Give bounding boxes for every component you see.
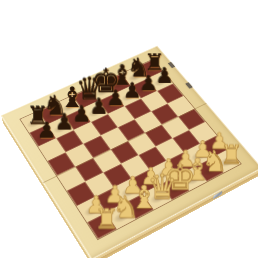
square-a1[interactable]: ♜ bbox=[87, 213, 117, 239]
chess-set-photo: ♜♞♝♛♚♝♞♜♟♟♟♟♟♟♟♟♟♟♟♟♟♟♟♟♜♞♝♛♚♝♞♜ bbox=[0, 0, 258, 258]
piece-white-rook-a1[interactable]: ♜ bbox=[87, 206, 126, 233]
square-a5[interactable] bbox=[48, 152, 76, 175]
chess-board: ♜♞♝♛♚♝♞♜♟♟♟♟♟♟♟♟♟♟♟♟♟♟♟♟♜♞♝♛♚♝♞♜ bbox=[1, 46, 258, 258]
piece-black-pawn-a7[interactable]: ♟ bbox=[29, 120, 65, 142]
hinge-icon bbox=[185, 82, 192, 88]
square-a7[interactable]: ♟ bbox=[29, 125, 56, 147]
board-frame: ♜♞♝♛♚♝♞♜♟♟♟♟♟♟♟♟♟♟♟♟♟♟♟♟♜♞♝♛♚♝♞♜ bbox=[1, 46, 258, 258]
board-grid: ♜♞♝♛♚♝♞♜♟♟♟♟♟♟♟♟♟♟♟♟♟♟♟♟♜♞♝♛♚♝♞♜ bbox=[21, 60, 241, 239]
latch-icon bbox=[213, 191, 222, 199]
board-scene: ♜♞♝♛♚♝♞♜♟♟♟♟♟♟♟♟♟♟♟♟♟♟♟♟♜♞♝♛♚♝♞♜ bbox=[0, 0, 258, 258]
